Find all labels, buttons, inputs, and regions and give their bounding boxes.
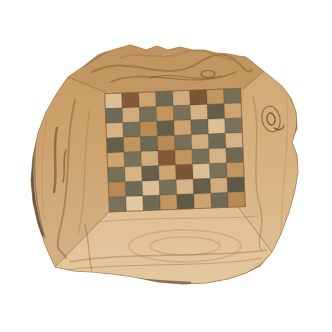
- square-g4[interactable]: [209, 148, 227, 163]
- square-a1[interactable]: [109, 197, 127, 212]
- square-a8[interactable]: [105, 93, 123, 108]
- square-h6[interactable]: [225, 118, 243, 133]
- square-h4[interactable]: [226, 147, 244, 162]
- square-h2[interactable]: [227, 177, 245, 192]
- square-b6[interactable]: [123, 122, 141, 137]
- square-d7[interactable]: [156, 106, 174, 121]
- square-h8[interactable]: [224, 88, 242, 103]
- square-c3[interactable]: [142, 166, 160, 181]
- square-d5[interactable]: [157, 135, 175, 150]
- square-b3[interactable]: [125, 166, 143, 181]
- square-f7[interactable]: [190, 104, 208, 119]
- square-f2[interactable]: [193, 178, 211, 193]
- square-d4[interactable]: [158, 150, 176, 165]
- square-e5[interactable]: [174, 135, 192, 150]
- square-e6[interactable]: [174, 120, 192, 135]
- square-f1[interactable]: [194, 193, 212, 208]
- square-f5[interactable]: [191, 134, 209, 149]
- square-g1[interactable]: [211, 193, 229, 208]
- square-e4[interactable]: [175, 150, 193, 165]
- square-c2[interactable]: [142, 180, 160, 195]
- square-a6[interactable]: [106, 123, 124, 138]
- square-c4[interactable]: [141, 151, 159, 166]
- square-c6[interactable]: [140, 121, 158, 136]
- square-h5[interactable]: [225, 133, 243, 148]
- chessboard-grid: [105, 88, 246, 212]
- square-c7[interactable]: [139, 107, 157, 122]
- square-h1[interactable]: [228, 192, 246, 207]
- square-b2[interactable]: [125, 181, 143, 196]
- square-g3[interactable]: [210, 163, 228, 178]
- square-d2[interactable]: [159, 180, 177, 195]
- square-g7[interactable]: [207, 104, 225, 119]
- square-e3[interactable]: [176, 164, 194, 179]
- square-e2[interactable]: [176, 179, 194, 194]
- square-b1[interactable]: [126, 196, 144, 211]
- square-b8[interactable]: [122, 92, 140, 107]
- square-f3[interactable]: [193, 164, 211, 179]
- olive-wood-chessboard: [0, 0, 332, 332]
- square-d3[interactable]: [159, 165, 177, 180]
- square-g8[interactable]: [207, 89, 225, 104]
- square-h7[interactable]: [224, 103, 242, 118]
- product-photo: [0, 0, 332, 332]
- square-b5[interactable]: [123, 137, 141, 152]
- square-a3[interactable]: [108, 167, 126, 182]
- square-d6[interactable]: [157, 121, 175, 136]
- square-b4[interactable]: [124, 152, 142, 167]
- square-e8[interactable]: [173, 90, 191, 105]
- square-g2[interactable]: [210, 178, 228, 193]
- square-d8[interactable]: [156, 91, 174, 106]
- square-e1[interactable]: [177, 194, 195, 209]
- square-h3[interactable]: [227, 162, 245, 177]
- square-d1[interactable]: [160, 195, 178, 210]
- square-b7[interactable]: [122, 107, 140, 122]
- square-g5[interactable]: [208, 133, 226, 148]
- square-c5[interactable]: [140, 136, 158, 151]
- square-f6[interactable]: [191, 119, 209, 134]
- square-g6[interactable]: [208, 119, 226, 134]
- square-e7[interactable]: [173, 105, 191, 120]
- square-f4[interactable]: [192, 149, 210, 164]
- square-a5[interactable]: [106, 137, 124, 152]
- square-a7[interactable]: [105, 108, 123, 123]
- square-c8[interactable]: [139, 92, 157, 107]
- square-a2[interactable]: [108, 182, 126, 197]
- square-f8[interactable]: [190, 90, 208, 105]
- square-a4[interactable]: [107, 152, 125, 167]
- square-c1[interactable]: [143, 195, 161, 210]
